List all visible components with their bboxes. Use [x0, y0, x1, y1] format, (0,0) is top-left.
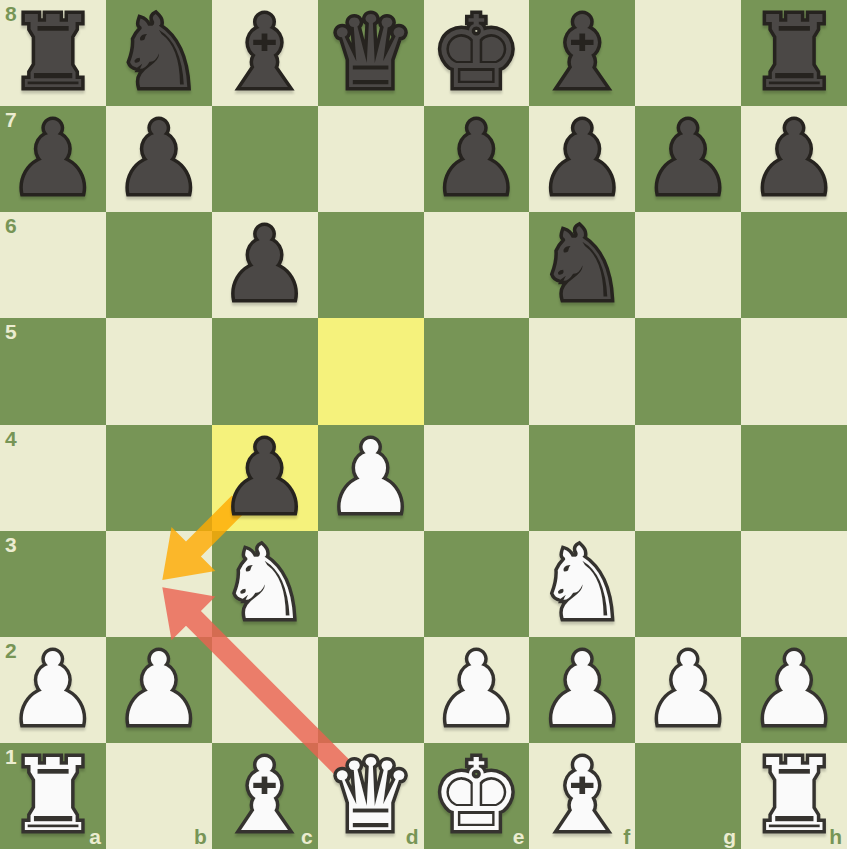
piece-white-pawn-f2[interactable]: ♟♟ — [529, 637, 635, 743]
piece-black-pawn-b7[interactable]: ♟♟ — [106, 106, 212, 212]
coord-file-g: g — [723, 826, 736, 847]
square-g5[interactable] — [635, 318, 741, 424]
square-b4[interactable] — [106, 425, 212, 531]
black-rook-glyph: ♜ — [0, 0, 106, 106]
white-bishop-glyph: ♝ — [529, 743, 635, 849]
black-pawn-glyph: ♟ — [212, 425, 318, 531]
piece-white-pawn-b2[interactable]: ♟♟ — [106, 637, 212, 743]
black-bishop-glyph: ♝ — [212, 0, 318, 106]
piece-white-pawn-h2[interactable]: ♟♟ — [741, 637, 847, 743]
coord-rank-6: 6 — [5, 215, 17, 236]
black-pawn-glyph: ♟ — [424, 106, 530, 212]
piece-white-pawn-e2[interactable]: ♟♟ — [424, 637, 530, 743]
square-h3[interactable] — [741, 531, 847, 637]
white-pawn-glyph: ♟ — [318, 425, 424, 531]
piece-black-pawn-c4[interactable]: ♟♟ — [212, 425, 318, 531]
piece-black-pawn-a7[interactable]: ♟♟ — [0, 106, 106, 212]
piece-black-pawn-g7[interactable]: ♟♟ — [635, 106, 741, 212]
square-g3[interactable] — [635, 531, 741, 637]
piece-white-pawn-g2[interactable]: ♟♟ — [635, 637, 741, 743]
square-a5[interactable]: 5 — [0, 318, 106, 424]
chess-board: 87654321abcdefgh ♜♜♞♞♝♝♛♛♚♚♝♝♜♜♟♟♟♟♟♟♟♟♟… — [0, 0, 847, 849]
piece-black-queen-d8[interactable]: ♛♛ — [318, 0, 424, 106]
square-f4[interactable] — [529, 425, 635, 531]
white-bishop-glyph: ♝ — [212, 743, 318, 849]
white-rook-glyph: ♜ — [741, 743, 847, 849]
square-c7[interactable] — [212, 106, 318, 212]
white-pawn-glyph: ♟ — [741, 637, 847, 743]
piece-black-pawn-c6[interactable]: ♟♟ — [212, 212, 318, 318]
piece-white-king-e1[interactable]: ♚♚ — [424, 743, 530, 849]
white-rook-glyph: ♜ — [0, 743, 106, 849]
black-pawn-glyph: ♟ — [106, 106, 212, 212]
piece-black-king-e8[interactable]: ♚♚ — [424, 0, 530, 106]
square-d2[interactable] — [318, 637, 424, 743]
piece-black-bishop-c8[interactable]: ♝♝ — [212, 0, 318, 106]
coord-rank-3: 3 — [5, 534, 17, 555]
square-b1[interactable]: b — [106, 743, 212, 849]
piece-white-queen-d1[interactable]: ♛♛ — [318, 743, 424, 849]
piece-black-rook-a8[interactable]: ♜♜ — [0, 0, 106, 106]
piece-black-pawn-e7[interactable]: ♟♟ — [424, 106, 530, 212]
square-h5[interactable] — [741, 318, 847, 424]
square-g1[interactable]: g — [635, 743, 741, 849]
square-a3[interactable]: 3 — [0, 531, 106, 637]
piece-white-knight-f3[interactable]: ♞♞ — [529, 531, 635, 637]
piece-white-pawn-d4[interactable]: ♟♟ — [318, 425, 424, 531]
coord-rank-5: 5 — [5, 321, 17, 342]
square-g8[interactable] — [635, 0, 741, 106]
square-e5[interactable] — [424, 318, 530, 424]
white-queen-glyph: ♛ — [318, 743, 424, 849]
piece-white-bishop-f1[interactable]: ♝♝ — [529, 743, 635, 849]
square-g6[interactable] — [635, 212, 741, 318]
black-pawn-glyph: ♟ — [635, 106, 741, 212]
white-pawn-glyph: ♟ — [424, 637, 530, 743]
square-e3[interactable] — [424, 531, 530, 637]
square-c5[interactable] — [212, 318, 318, 424]
piece-white-pawn-a2[interactable]: ♟♟ — [0, 637, 106, 743]
square-e6[interactable] — [424, 212, 530, 318]
square-d5[interactable] — [318, 318, 424, 424]
black-pawn-glyph: ♟ — [529, 106, 635, 212]
square-h4[interactable] — [741, 425, 847, 531]
square-b5[interactable] — [106, 318, 212, 424]
black-rook-glyph: ♜ — [741, 0, 847, 106]
square-a4[interactable]: 4 — [0, 425, 106, 531]
square-d6[interactable] — [318, 212, 424, 318]
piece-black-knight-f6[interactable]: ♞♞ — [529, 212, 635, 318]
white-king-glyph: ♚ — [424, 743, 530, 849]
white-pawn-glyph: ♟ — [0, 637, 106, 743]
square-e4[interactable] — [424, 425, 530, 531]
black-king-glyph: ♚ — [424, 0, 530, 106]
white-pawn-glyph: ♟ — [529, 637, 635, 743]
square-g4[interactable] — [635, 425, 741, 531]
piece-white-bishop-c1[interactable]: ♝♝ — [212, 743, 318, 849]
square-c2[interactable] — [212, 637, 318, 743]
square-h6[interactable] — [741, 212, 847, 318]
white-knight-glyph: ♞ — [529, 531, 635, 637]
square-a6[interactable]: 6 — [0, 212, 106, 318]
black-pawn-glyph: ♟ — [212, 212, 318, 318]
square-f5[interactable] — [529, 318, 635, 424]
square-b3[interactable] — [106, 531, 212, 637]
piece-black-rook-h8[interactable]: ♜♜ — [741, 0, 847, 106]
piece-white-rook-h1[interactable]: ♜♜ — [741, 743, 847, 849]
piece-black-knight-b8[interactable]: ♞♞ — [106, 0, 212, 106]
black-knight-glyph: ♞ — [106, 0, 212, 106]
black-bishop-glyph: ♝ — [529, 0, 635, 106]
white-pawn-glyph: ♟ — [106, 637, 212, 743]
coord-file-b: b — [194, 826, 207, 847]
white-pawn-glyph: ♟ — [635, 637, 741, 743]
white-knight-glyph: ♞ — [212, 531, 318, 637]
piece-white-knight-c3[interactable]: ♞♞ — [212, 531, 318, 637]
piece-black-pawn-f7[interactable]: ♟♟ — [529, 106, 635, 212]
black-pawn-glyph: ♟ — [0, 106, 106, 212]
piece-white-rook-a1[interactable]: ♜♜ — [0, 743, 106, 849]
piece-black-pawn-h7[interactable]: ♟♟ — [741, 106, 847, 212]
square-d7[interactable] — [318, 106, 424, 212]
piece-black-bishop-f8[interactable]: ♝♝ — [529, 0, 635, 106]
black-queen-glyph: ♛ — [318, 0, 424, 106]
black-pawn-glyph: ♟ — [741, 106, 847, 212]
square-d3[interactable] — [318, 531, 424, 637]
coord-rank-4: 4 — [5, 428, 17, 449]
black-knight-glyph: ♞ — [529, 212, 635, 318]
square-b6[interactable] — [106, 212, 212, 318]
